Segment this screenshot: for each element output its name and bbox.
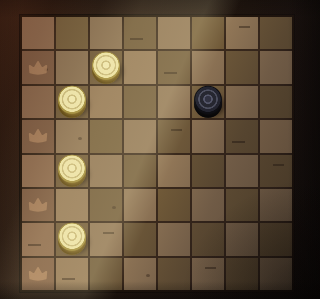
piece-top-face — [58, 223, 86, 251]
square-r3c1[interactable] — [56, 120, 88, 152]
square-r4c7[interactable] — [260, 155, 292, 187]
square-r0c4[interactable] — [158, 17, 190, 49]
square-r4c6[interactable] — [226, 155, 258, 187]
square-r5c5[interactable] — [192, 189, 224, 221]
checker-dark[interactable] — [194, 86, 222, 114]
square-r0c0[interactable] — [22, 17, 54, 49]
square-r3c5[interactable] — [192, 120, 224, 152]
square-r7c2[interactable] — [90, 258, 122, 290]
square-r0c5[interactable] — [192, 17, 224, 49]
piece-top-face — [58, 86, 86, 114]
square-r3c3[interactable] — [124, 120, 156, 152]
square-r5c4[interactable] — [158, 189, 190, 221]
square-r5c0[interactable] — [22, 189, 54, 221]
square-r2c2[interactable] — [90, 86, 122, 118]
piece-top-face — [194, 86, 222, 114]
crown-mark-icon — [27, 59, 49, 77]
square-r7c1[interactable] — [56, 258, 88, 290]
board — [20, 15, 294, 292]
square-r7c0[interactable] — [22, 258, 54, 290]
square-r0c2[interactable] — [90, 17, 122, 49]
square-r4c0[interactable] — [22, 155, 54, 187]
checker-light[interactable] — [92, 51, 120, 79]
square-r2c7[interactable] — [260, 86, 292, 118]
checker-light[interactable] — [58, 86, 86, 114]
square-r7c6[interactable] — [226, 258, 258, 290]
square-r4c3[interactable] — [124, 155, 156, 187]
square-r3c2[interactable] — [90, 120, 122, 152]
square-r5c6[interactable] — [226, 189, 258, 221]
square-r4c2[interactable] — [90, 155, 122, 187]
square-r3c4[interactable] — [158, 120, 190, 152]
square-r1c6[interactable] — [226, 51, 258, 83]
square-r6c7[interactable] — [260, 223, 292, 255]
piece-top-face — [58, 154, 86, 182]
square-r1c2[interactable] — [90, 51, 122, 83]
crown-mark-icon — [27, 127, 49, 145]
square-r6c0[interactable] — [22, 223, 54, 255]
crown-mark-icon — [27, 196, 49, 214]
square-r6c1[interactable] — [56, 223, 88, 255]
square-r5c2[interactable] — [90, 189, 122, 221]
square-r2c6[interactable] — [226, 86, 258, 118]
square-r2c4[interactable] — [158, 86, 190, 118]
square-r2c5[interactable] — [192, 86, 224, 118]
square-r6c6[interactable] — [226, 223, 258, 255]
square-r3c0[interactable] — [22, 120, 54, 152]
square-r5c3[interactable] — [124, 189, 156, 221]
square-r7c4[interactable] — [158, 258, 190, 290]
square-r3c7[interactable] — [260, 120, 292, 152]
square-r5c1[interactable] — [56, 189, 88, 221]
square-r1c4[interactable] — [158, 51, 190, 83]
square-r2c3[interactable] — [124, 86, 156, 118]
square-r0c7[interactable] — [260, 17, 292, 49]
checker-light[interactable] — [58, 223, 86, 251]
square-r3c6[interactable] — [226, 120, 258, 152]
square-r4c1[interactable] — [56, 155, 88, 187]
square-r0c6[interactable] — [226, 17, 258, 49]
square-r1c5[interactable] — [192, 51, 224, 83]
square-r2c0[interactable] — [22, 86, 54, 118]
square-r4c4[interactable] — [158, 155, 190, 187]
square-r6c2[interactable] — [90, 223, 122, 255]
square-r1c7[interactable] — [260, 51, 292, 83]
square-r0c3[interactable] — [124, 17, 156, 49]
checker-light[interactable] — [58, 154, 86, 182]
square-r7c7[interactable] — [260, 258, 292, 290]
square-r4c5[interactable] — [192, 155, 224, 187]
crown-mark-icon — [27, 265, 49, 283]
square-r7c3[interactable] — [124, 258, 156, 290]
square-r6c4[interactable] — [158, 223, 190, 255]
game-window — [0, 0, 320, 299]
square-r1c3[interactable] — [124, 51, 156, 83]
square-r5c7[interactable] — [260, 189, 292, 221]
square-r7c5[interactable] — [192, 258, 224, 290]
square-r2c1[interactable] — [56, 86, 88, 118]
square-r0c1[interactable] — [56, 17, 88, 49]
square-r1c1[interactable] — [56, 51, 88, 83]
square-r6c5[interactable] — [192, 223, 224, 255]
square-r6c3[interactable] — [124, 223, 156, 255]
square-r1c0[interactable] — [22, 51, 54, 83]
piece-top-face — [92, 51, 120, 79]
